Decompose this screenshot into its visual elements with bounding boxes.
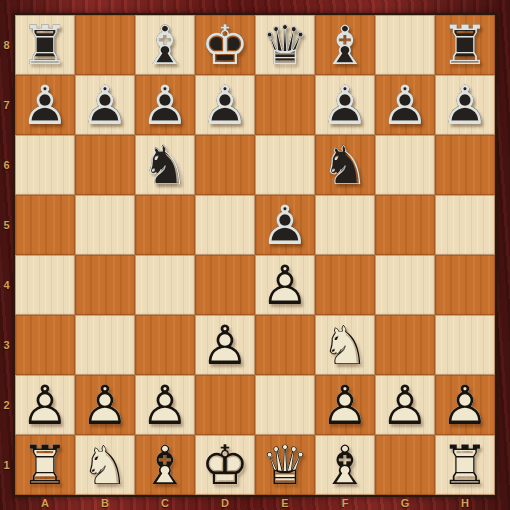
square-g6[interactable] <box>375 135 435 195</box>
square-d6[interactable] <box>195 135 255 195</box>
square-d1[interactable]: ♚♔ <box>195 435 255 495</box>
square-d2[interactable] <box>195 375 255 435</box>
square-f4[interactable] <box>315 255 375 315</box>
white-bishop[interactable]: ♝♗ <box>315 435 375 495</box>
square-a5[interactable] <box>15 195 75 255</box>
black-pawn[interactable]: ♟♙ <box>315 75 375 135</box>
file-label-g: G <box>375 496 435 510</box>
square-g8[interactable] <box>375 15 435 75</box>
white-knight[interactable]: ♞♘ <box>315 315 375 375</box>
square-b8[interactable] <box>75 15 135 75</box>
black-bishop[interactable]: ♝♗ <box>315 15 375 75</box>
square-f8[interactable]: ♝♗ <box>315 15 375 75</box>
rank-label-6: 6 <box>0 135 13 195</box>
square-d5[interactable] <box>195 195 255 255</box>
file-label-e: E <box>255 496 315 510</box>
white-king[interactable]: ♚♔ <box>195 435 255 495</box>
white-rook[interactable]: ♜♖ <box>15 435 75 495</box>
square-a1[interactable]: ♜♖ <box>15 435 75 495</box>
black-knight[interactable]: ♞♘ <box>315 135 375 195</box>
square-f2[interactable]: ♟♙ <box>315 375 375 435</box>
white-bishop[interactable]: ♝♗ <box>135 435 195 495</box>
square-e2[interactable] <box>255 375 315 435</box>
square-d3[interactable]: ♟♙ <box>195 315 255 375</box>
square-e7[interactable] <box>255 75 315 135</box>
square-g3[interactable] <box>375 315 435 375</box>
square-h4[interactable] <box>435 255 495 315</box>
black-pawn[interactable]: ♟♙ <box>255 195 315 255</box>
square-e4[interactable]: ♟♙ <box>255 255 315 315</box>
white-pawn[interactable]: ♟♙ <box>195 315 255 375</box>
black-pawn[interactable]: ♟♙ <box>375 75 435 135</box>
square-e1[interactable]: ♛♕ <box>255 435 315 495</box>
black-pawn[interactable]: ♟♙ <box>435 75 495 135</box>
rank-label-2: 2 <box>0 375 13 435</box>
file-label-b: B <box>75 496 135 510</box>
file-label-f: F <box>315 496 375 510</box>
square-b2[interactable]: ♟♙ <box>75 375 135 435</box>
square-a4[interactable] <box>15 255 75 315</box>
square-a7[interactable]: ♟♙ <box>15 75 75 135</box>
square-c1[interactable]: ♝♗ <box>135 435 195 495</box>
white-pawn[interactable]: ♟♙ <box>15 375 75 435</box>
black-pawn[interactable]: ♟♙ <box>15 75 75 135</box>
file-label-c: C <box>135 496 195 510</box>
square-a6[interactable] <box>15 135 75 195</box>
square-h3[interactable] <box>435 315 495 375</box>
white-knight[interactable]: ♞♘ <box>75 435 135 495</box>
square-g7[interactable]: ♟♙ <box>375 75 435 135</box>
white-pawn[interactable]: ♟♙ <box>375 375 435 435</box>
square-a2[interactable]: ♟♙ <box>15 375 75 435</box>
white-rook[interactable]: ♜♖ <box>435 435 495 495</box>
rank-label-8: 8 <box>0 15 13 75</box>
square-h5[interactable] <box>435 195 495 255</box>
square-b5[interactable] <box>75 195 135 255</box>
black-pawn[interactable]: ♟♙ <box>195 75 255 135</box>
square-a8[interactable]: ♜♖ <box>15 15 75 75</box>
square-a3[interactable] <box>15 315 75 375</box>
square-d8[interactable]: ♚♔ <box>195 15 255 75</box>
black-rook[interactable]: ♜♖ <box>435 15 495 75</box>
chess-board: ♜♖♝♗♚♔♛♕♝♗♜♖♟♙♟♙♟♙♟♙♟♙♟♙♟♙♞♘♞♘♟♙♟♙♟♙♞♘♟♙… <box>13 13 497 497</box>
square-e8[interactable]: ♛♕ <box>255 15 315 75</box>
square-h8[interactable]: ♜♖ <box>435 15 495 75</box>
black-pawn[interactable]: ♟♙ <box>75 75 135 135</box>
square-e6[interactable] <box>255 135 315 195</box>
square-b7[interactable]: ♟♙ <box>75 75 135 135</box>
rank-label-7: 7 <box>0 75 13 135</box>
white-pawn[interactable]: ♟♙ <box>255 255 315 315</box>
square-c2[interactable]: ♟♙ <box>135 375 195 435</box>
black-bishop[interactable]: ♝♗ <box>135 15 195 75</box>
square-g5[interactable] <box>375 195 435 255</box>
square-f3[interactable]: ♞♘ <box>315 315 375 375</box>
square-f5[interactable] <box>315 195 375 255</box>
file-label-a: A <box>15 496 75 510</box>
black-pawn[interactable]: ♟♙ <box>135 75 195 135</box>
white-pawn[interactable]: ♟♙ <box>135 375 195 435</box>
square-c6[interactable]: ♞♘ <box>135 135 195 195</box>
square-f7[interactable]: ♟♙ <box>315 75 375 135</box>
square-h2[interactable]: ♟♙ <box>435 375 495 435</box>
file-label-h: H <box>435 496 495 510</box>
rank-label-5: 5 <box>0 195 13 255</box>
rank-label-3: 3 <box>0 315 13 375</box>
white-pawn[interactable]: ♟♙ <box>75 375 135 435</box>
black-knight[interactable]: ♞♘ <box>135 135 195 195</box>
square-d4[interactable] <box>195 255 255 315</box>
square-c7[interactable]: ♟♙ <box>135 75 195 135</box>
square-c3[interactable] <box>135 315 195 375</box>
black-queen[interactable]: ♛♕ <box>255 15 315 75</box>
square-d7[interactable]: ♟♙ <box>195 75 255 135</box>
black-king[interactable]: ♚♔ <box>195 15 255 75</box>
square-f1[interactable]: ♝♗ <box>315 435 375 495</box>
black-rook[interactable]: ♜♖ <box>15 15 75 75</box>
square-e5[interactable]: ♟♙ <box>255 195 315 255</box>
square-e3[interactable] <box>255 315 315 375</box>
rank-label-4: 4 <box>0 255 13 315</box>
square-h1[interactable]: ♜♖ <box>435 435 495 495</box>
white-queen[interactable]: ♛♕ <box>255 435 315 495</box>
square-g4[interactable] <box>375 255 435 315</box>
square-h7[interactable]: ♟♙ <box>435 75 495 135</box>
square-c4[interactable] <box>135 255 195 315</box>
square-c8[interactable]: ♝♗ <box>135 15 195 75</box>
square-b3[interactable] <box>75 315 135 375</box>
rank-label-1: 1 <box>0 435 13 495</box>
square-b1[interactable]: ♞♘ <box>75 435 135 495</box>
white-pawn[interactable]: ♟♙ <box>435 375 495 435</box>
square-g2[interactable]: ♟♙ <box>375 375 435 435</box>
file-label-d: D <box>195 496 255 510</box>
square-h6[interactable] <box>435 135 495 195</box>
square-b4[interactable] <box>75 255 135 315</box>
square-g1[interactable] <box>375 435 435 495</box>
square-c5[interactable] <box>135 195 195 255</box>
white-pawn[interactable]: ♟♙ <box>315 375 375 435</box>
board-frame: ♜♖♝♗♚♔♛♕♝♗♜♖♟♙♟♙♟♙♟♙♟♙♟♙♟♙♞♘♞♘♟♙♟♙♟♙♞♘♟♙… <box>0 0 510 510</box>
square-f6[interactable]: ♞♘ <box>315 135 375 195</box>
square-b6[interactable] <box>75 135 135 195</box>
